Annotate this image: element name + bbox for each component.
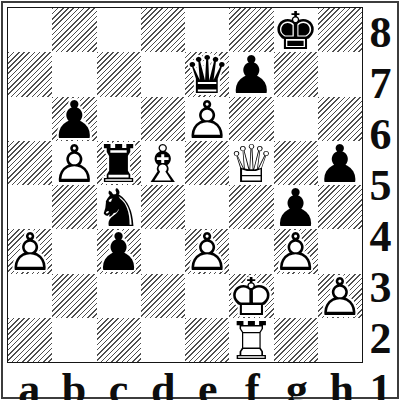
rank-label-7: 7	[364, 58, 397, 109]
square-g3[interactable]: ♟♙	[274, 229, 318, 273]
square-e6[interactable]: ♟♙	[185, 97, 229, 141]
square-g1[interactable]	[274, 318, 318, 362]
square-h1[interactable]	[318, 318, 362, 362]
square-f5[interactable]: ♛♕	[229, 141, 273, 185]
rank-label-6: 6	[364, 109, 397, 160]
file-label-d: d	[141, 364, 186, 400]
file-labels: abcdefgh	[7, 364, 364, 397]
square-b1[interactable]	[52, 318, 96, 362]
square-h8[interactable]	[318, 8, 362, 52]
file-label-f: f	[230, 364, 275, 400]
piece-black-pawn[interactable]: ♟	[95, 226, 142, 278]
square-d4[interactable]	[141, 185, 185, 229]
chess-diagram: ♚♚♛♛♟♟♟♟♟♙♟♙♜♜♝♗♛♕♟♟♞♞♟♟♟♙♟♟♟♙♟♙♚♔♟♙♜♖ 8…	[0, 0, 400, 400]
piece-white-pawn[interactable]: ♙	[317, 270, 364, 322]
square-c7[interactable]	[97, 52, 141, 96]
square-d2[interactable]	[141, 274, 185, 318]
piece-white-bishop[interactable]: ♗	[140, 137, 187, 189]
rank-label-8: 8	[364, 7, 397, 58]
square-h4[interactable]	[318, 185, 362, 229]
piece-white-pawn[interactable]: ♙	[7, 226, 54, 278]
square-a8[interactable]	[8, 8, 52, 52]
square-f7[interactable]: ♟♟	[229, 52, 273, 96]
square-a3[interactable]: ♟♙	[8, 229, 52, 273]
chess-board: ♚♚♛♛♟♟♟♟♟♙♟♙♜♜♝♗♛♕♟♟♞♞♟♟♟♙♟♟♟♙♟♙♚♔♟♙♜♖	[7, 7, 363, 363]
piece-black-pawn[interactable]: ♟	[317, 137, 364, 189]
square-h5[interactable]: ♟♟	[318, 141, 362, 185]
square-h2[interactable]: ♟♙	[318, 274, 362, 318]
square-b2[interactable]	[52, 274, 96, 318]
square-c8[interactable]	[97, 8, 141, 52]
square-e2[interactable]	[185, 274, 229, 318]
piece-black-king[interactable]: ♚	[272, 5, 319, 57]
square-b4[interactable]	[52, 185, 96, 229]
rank-label-4: 4	[364, 211, 397, 262]
square-h7[interactable]	[318, 52, 362, 96]
square-e3[interactable]: ♟♙	[185, 229, 229, 273]
square-d5[interactable]: ♝♗	[141, 141, 185, 185]
square-g8[interactable]: ♚♚	[274, 8, 318, 52]
square-a5[interactable]	[8, 141, 52, 185]
square-f4[interactable]	[229, 185, 273, 229]
square-g7[interactable]	[274, 52, 318, 96]
square-e5[interactable]	[185, 141, 229, 185]
square-e1[interactable]	[185, 318, 229, 362]
square-b8[interactable]	[52, 8, 96, 52]
piece-white-rook[interactable]: ♖	[228, 314, 275, 366]
square-d7[interactable]	[141, 52, 185, 96]
piece-white-pawn[interactable]: ♙	[184, 226, 231, 278]
square-g6[interactable]	[274, 97, 318, 141]
rank-label-5: 5	[364, 160, 397, 211]
square-a6[interactable]	[8, 97, 52, 141]
rank-label-2: 2	[364, 313, 397, 364]
square-b5[interactable]: ♟♙	[52, 141, 96, 185]
file-label-a: a	[7, 364, 52, 400]
square-d8[interactable]	[141, 8, 185, 52]
piece-white-pawn[interactable]: ♙	[272, 226, 319, 278]
square-g2[interactable]	[274, 274, 318, 318]
file-label-c: c	[96, 364, 141, 400]
file-label-b: b	[52, 364, 97, 400]
square-d3[interactable]	[141, 229, 185, 273]
file-label-e: e	[186, 364, 231, 400]
piece-white-pawn[interactable]: ♙	[51, 137, 98, 189]
file-label-g: g	[275, 364, 320, 400]
square-a2[interactable]	[8, 274, 52, 318]
square-a1[interactable]	[8, 318, 52, 362]
square-c2[interactable]	[97, 274, 141, 318]
rank-label-1: 1	[364, 364, 397, 400]
square-d1[interactable]	[141, 318, 185, 362]
square-b3[interactable]	[52, 229, 96, 273]
rank-labels: 87654321	[364, 7, 397, 364]
square-a7[interactable]	[8, 52, 52, 96]
rank-label-3: 3	[364, 262, 397, 313]
square-c1[interactable]	[97, 318, 141, 362]
square-f1[interactable]: ♜♖	[229, 318, 273, 362]
piece-white-queen[interactable]: ♕	[228, 137, 275, 189]
piece-white-pawn[interactable]: ♙	[184, 93, 231, 145]
piece-black-pawn[interactable]: ♟	[228, 49, 275, 101]
square-c3[interactable]: ♟♟	[97, 229, 141, 273]
file-label-h: h	[319, 364, 364, 400]
